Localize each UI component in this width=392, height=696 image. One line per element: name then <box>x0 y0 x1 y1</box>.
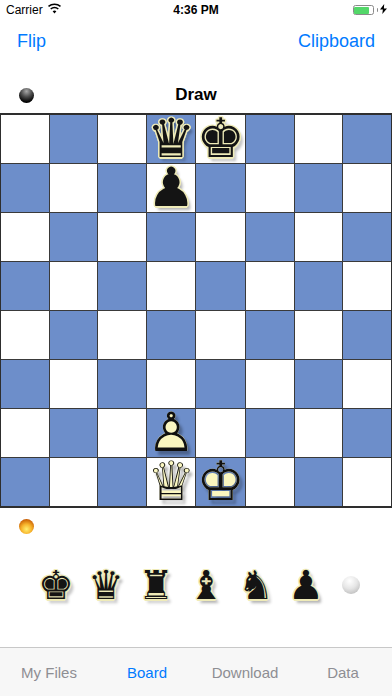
square-g4[interactable] <box>295 311 343 359</box>
square-f1[interactable] <box>246 458 294 506</box>
square-f3[interactable] <box>246 360 294 408</box>
battery-icon <box>353 5 374 15</box>
square-b2[interactable] <box>50 409 98 457</box>
piece-picker: ♚ ♛ ♜ ♝ ♞ ♟ <box>0 560 392 610</box>
square-b5[interactable] <box>50 262 98 310</box>
piece-black-king: ♚ <box>196 115 244 163</box>
square-e7[interactable] <box>196 164 244 212</box>
square-e5[interactable] <box>196 262 244 310</box>
turn-row <box>0 519 392 535</box>
square-a2[interactable] <box>1 409 49 457</box>
square-c2[interactable] <box>98 409 146 457</box>
square-h6[interactable] <box>343 213 391 261</box>
square-e1[interactable]: ♚♔ <box>196 458 244 506</box>
square-h7[interactable] <box>343 164 391 212</box>
tab-bar: My Files Board Download Data <box>0 647 392 696</box>
picker-black-knight[interactable]: ♞ <box>234 560 278 610</box>
square-f6[interactable] <box>246 213 294 261</box>
tab-data[interactable]: Data <box>294 648 392 696</box>
result-label: Draw <box>0 85 392 105</box>
clock: 4:36 PM <box>0 3 392 17</box>
square-a6[interactable] <box>1 213 49 261</box>
square-h1[interactable] <box>343 458 391 506</box>
square-c1[interactable] <box>98 458 146 506</box>
tab-board[interactable]: Board <box>98 648 196 696</box>
square-c8[interactable] <box>98 115 146 163</box>
black-bishop-icon: ♝ <box>188 560 224 610</box>
square-d4[interactable] <box>147 311 195 359</box>
black-knight-icon: ♞ <box>238 560 274 610</box>
square-c4[interactable] <box>98 311 146 359</box>
black-queen-icon: ♛ <box>88 560 124 610</box>
square-e8[interactable]: ♚ <box>196 115 244 163</box>
tab-my-files[interactable]: My Files <box>0 648 98 696</box>
square-f5[interactable] <box>246 262 294 310</box>
square-c6[interactable] <box>98 213 146 261</box>
square-a3[interactable] <box>1 360 49 408</box>
black-king-icon: ♚ <box>38 560 74 610</box>
square-f7[interactable] <box>246 164 294 212</box>
status-bar: Carrier 4:36 PM <box>0 0 392 20</box>
piece-black-pawn: ♟ <box>147 164 195 212</box>
square-h2[interactable] <box>343 409 391 457</box>
square-d1[interactable]: ♛♕ <box>147 458 195 506</box>
charging-bolt-icon <box>380 3 387 17</box>
picker-black-pawn[interactable]: ♟ <box>284 560 328 610</box>
square-c7[interactable] <box>98 164 146 212</box>
square-b8[interactable] <box>50 115 98 163</box>
square-b3[interactable] <box>50 360 98 408</box>
square-b7[interactable] <box>50 164 98 212</box>
square-a4[interactable] <box>1 311 49 359</box>
square-f2[interactable] <box>246 409 294 457</box>
square-h8[interactable] <box>343 115 391 163</box>
square-f8[interactable] <box>246 115 294 163</box>
square-g2[interactable] <box>295 409 343 457</box>
square-c5[interactable] <box>98 262 146 310</box>
picker-black-queen[interactable]: ♛ <box>84 560 128 610</box>
square-b6[interactable] <box>50 213 98 261</box>
chess-board: ♛♚♟♟♙♛♕♚♔ <box>0 113 392 508</box>
square-g7[interactable] <box>295 164 343 212</box>
square-g8[interactable] <box>295 115 343 163</box>
square-g3[interactable] <box>295 360 343 408</box>
white-side-to-move-ball[interactable] <box>19 519 34 534</box>
square-g6[interactable] <box>295 213 343 261</box>
square-e6[interactable] <box>196 213 244 261</box>
piece-white-king: ♚♔ <box>196 458 244 506</box>
picker-black-king[interactable]: ♚ <box>34 560 78 610</box>
square-g1[interactable] <box>295 458 343 506</box>
square-g5[interactable] <box>295 262 343 310</box>
piece-white-queen: ♛♕ <box>147 458 195 506</box>
flip-button[interactable]: Flip <box>17 31 46 52</box>
black-rook-icon: ♜ <box>138 560 174 610</box>
square-a1[interactable] <box>1 458 49 506</box>
black-pawn-icon: ♟ <box>288 560 324 610</box>
square-d7[interactable]: ♟ <box>147 164 195 212</box>
square-a5[interactable] <box>1 262 49 310</box>
square-d5[interactable] <box>147 262 195 310</box>
picker-black-bishop[interactable]: ♝ <box>184 560 228 610</box>
clipboard-button[interactable]: Clipboard <box>298 31 375 52</box>
square-e3[interactable] <box>196 360 244 408</box>
square-b1[interactable] <box>50 458 98 506</box>
square-h5[interactable] <box>343 262 391 310</box>
picker-black-rook[interactable]: ♜ <box>134 560 178 610</box>
square-a7[interactable] <box>1 164 49 212</box>
piece-color-toggle-ball[interactable] <box>342 576 360 594</box>
tab-download[interactable]: Download <box>196 648 294 696</box>
square-b4[interactable] <box>50 311 98 359</box>
square-e4[interactable] <box>196 311 244 359</box>
square-f4[interactable] <box>246 311 294 359</box>
square-h4[interactable] <box>343 311 391 359</box>
square-a8[interactable] <box>1 115 49 163</box>
nav-bar: Flip Clipboard <box>0 20 392 62</box>
square-d6[interactable] <box>147 213 195 261</box>
square-h3[interactable] <box>343 360 391 408</box>
square-c3[interactable] <box>98 360 146 408</box>
